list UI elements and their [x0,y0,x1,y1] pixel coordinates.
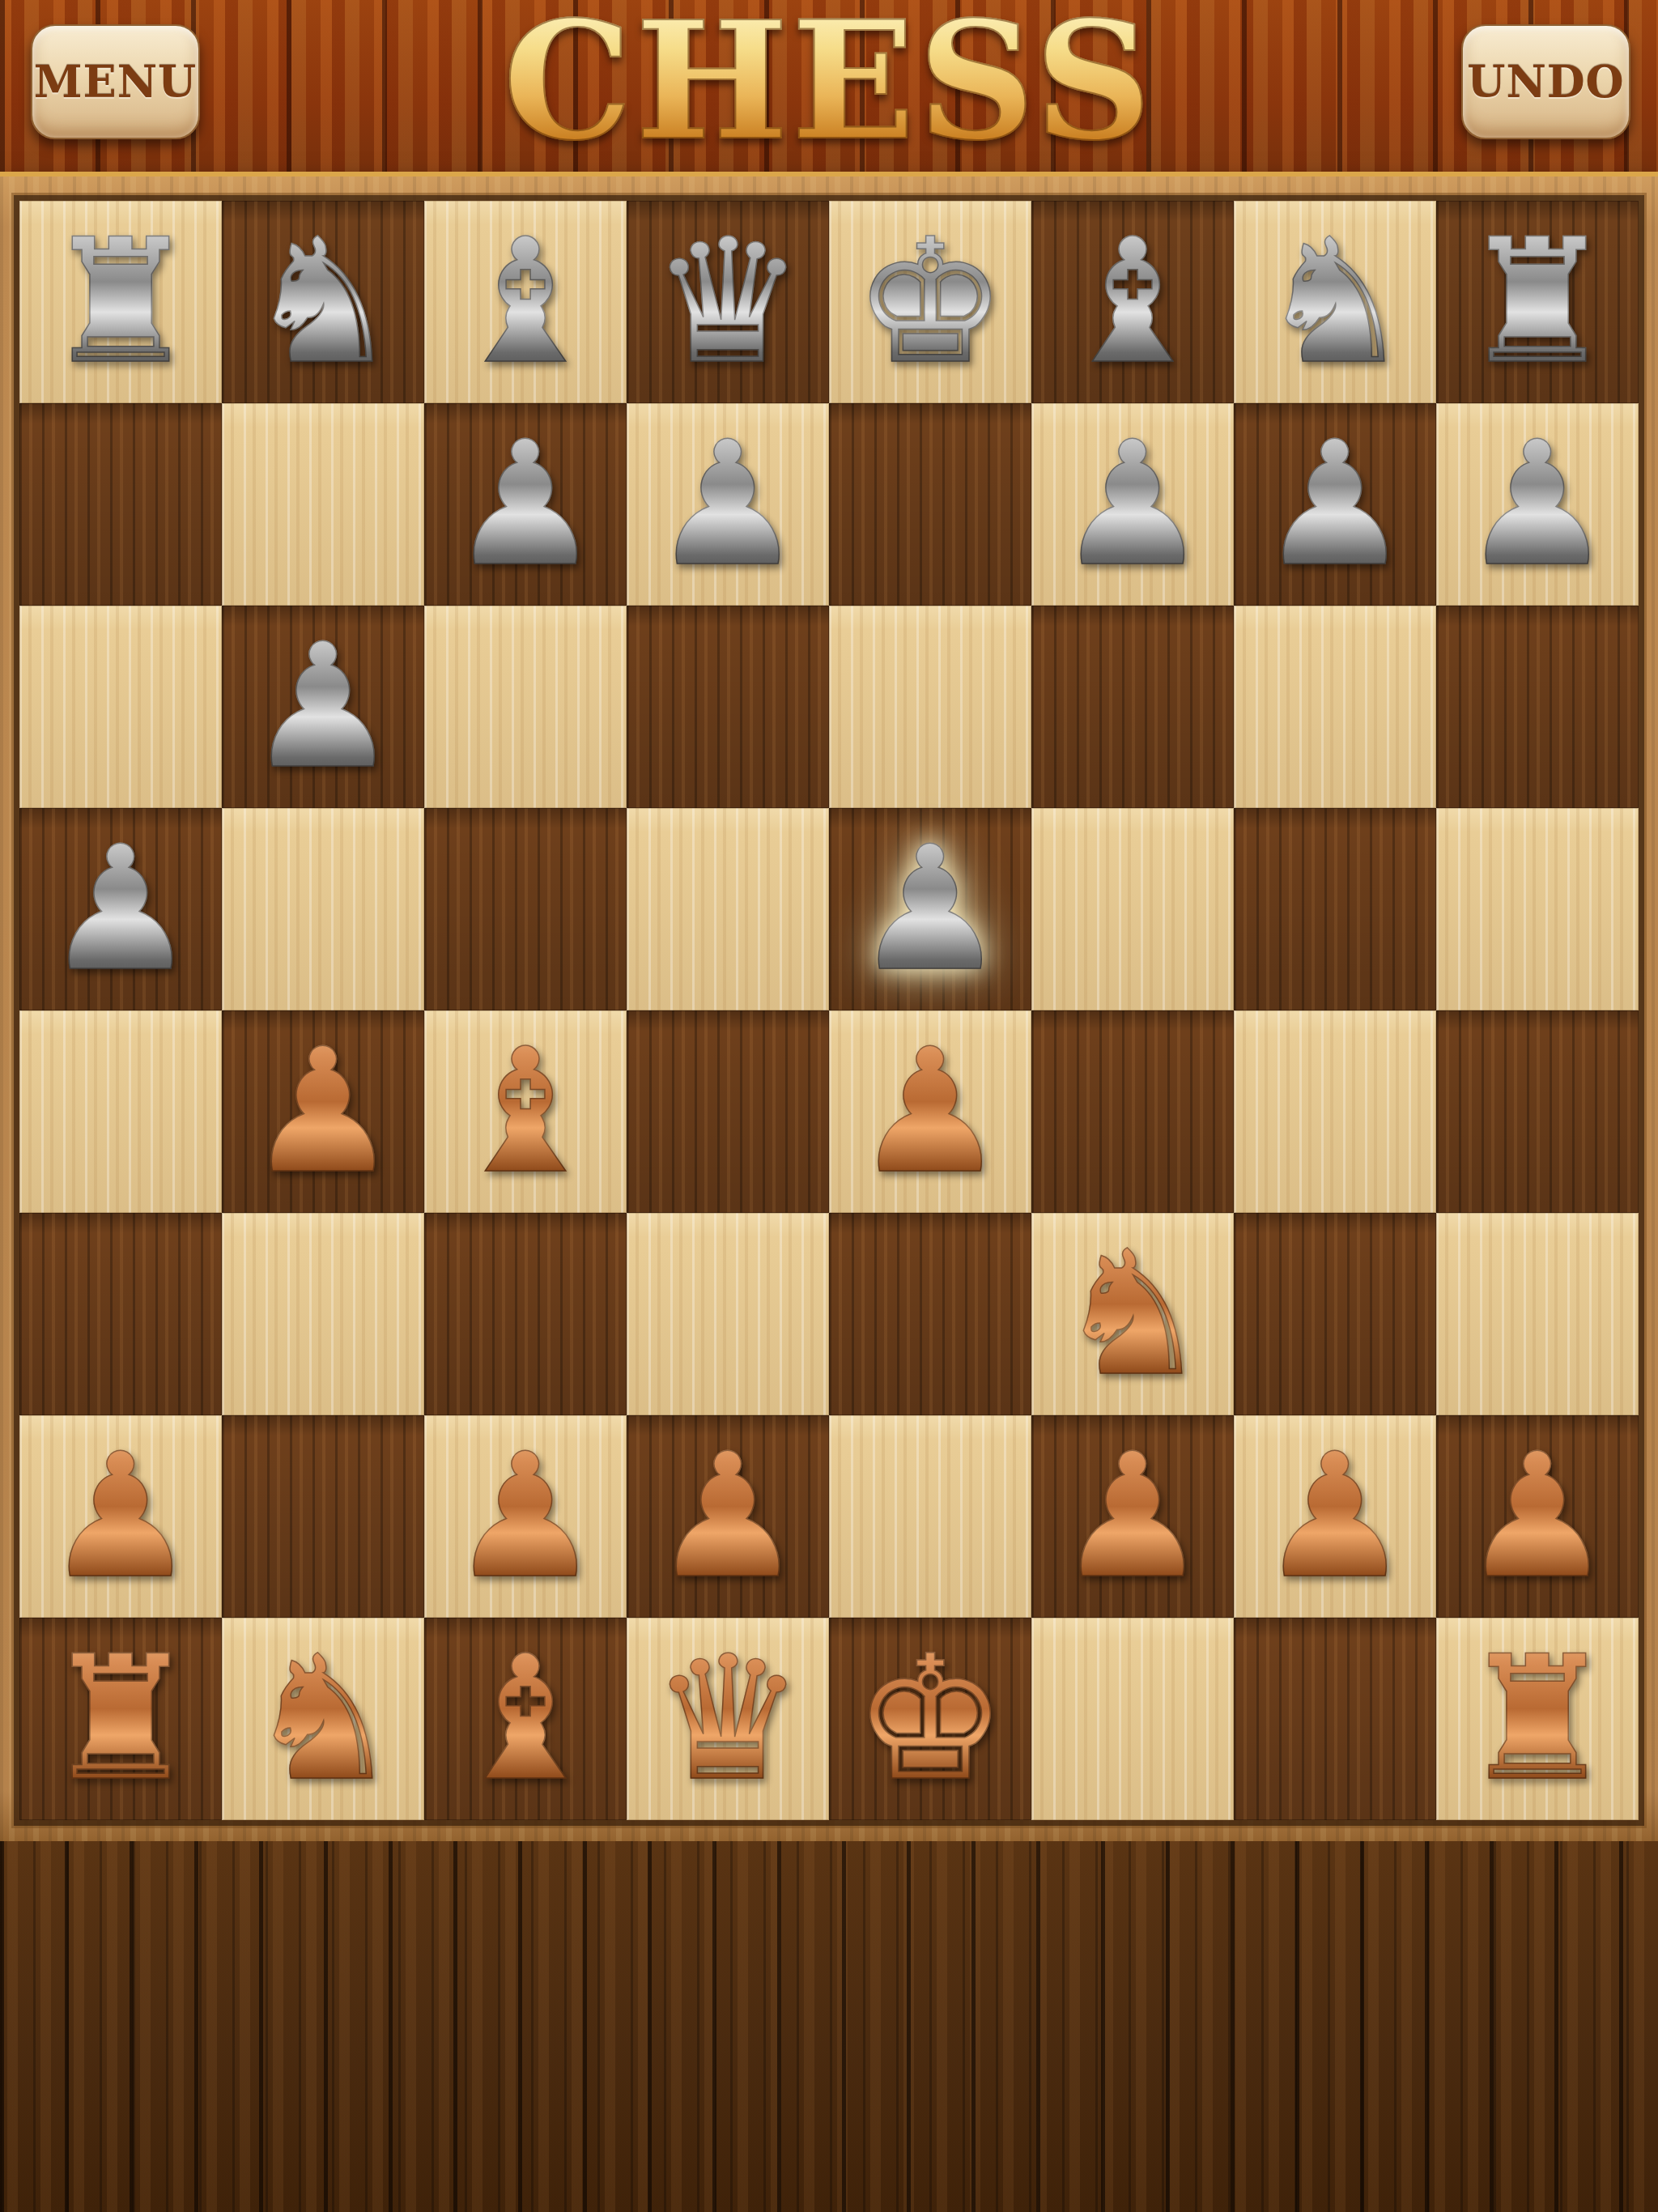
square-d7[interactable]: ♟ [627,403,829,606]
square-d3[interactable] [627,1213,829,1415]
square-e7[interactable] [829,403,1031,606]
square-b4[interactable]: ♟ [222,1010,424,1213]
square-d5[interactable] [627,808,829,1010]
square-c3[interactable] [424,1213,627,1415]
square-e1[interactable]: ♚ [829,1618,1031,1820]
white-queen-d1[interactable]: ♛ [627,1618,829,1820]
black-pawn-a5[interactable]: ♟ [19,808,222,1010]
square-a3[interactable] [19,1213,222,1415]
black-pawn-g7[interactable]: ♟ [1234,403,1436,606]
square-b7[interactable] [222,403,424,606]
black-rook-a8[interactable]: ♜ [19,201,222,403]
square-h6[interactable] [1436,606,1639,808]
square-d2[interactable]: ♟ [627,1415,829,1618]
square-h2[interactable]: ♟ [1436,1415,1639,1618]
black-pawn-e5[interactable]: ♟ [829,808,1031,1010]
black-pawn-b6[interactable]: ♟ [222,606,424,808]
black-pawn-h7[interactable]: ♟ [1436,403,1639,606]
white-bishop-c4[interactable]: ♝ [424,1010,627,1213]
black-bishop-c8[interactable]: ♝ [424,201,627,403]
square-c1[interactable]: ♝ [424,1618,627,1820]
white-pawn-f2[interactable]: ♟ [1031,1415,1234,1618]
square-a4[interactable] [19,1010,222,1213]
square-e5[interactable]: ♟ [829,808,1031,1010]
menu-button[interactable]: MENU [31,24,200,139]
square-f5[interactable] [1031,808,1234,1010]
square-g7[interactable]: ♟ [1234,403,1436,606]
white-knight-b1[interactable]: ♞ [222,1618,424,1820]
square-f8[interactable]: ♝ [1031,201,1234,403]
square-c7[interactable]: ♟ [424,403,627,606]
square-e8[interactable]: ♚ [829,201,1031,403]
black-bishop-f8[interactable]: ♝ [1031,201,1234,403]
black-rook-h8[interactable]: ♜ [1436,201,1639,403]
white-pawn-g2[interactable]: ♟ [1234,1415,1436,1618]
white-rook-a1[interactable]: ♜ [19,1618,222,1820]
white-pawn-a2[interactable]: ♟ [19,1415,222,1618]
white-pawn-e4[interactable]: ♟ [829,1010,1031,1213]
white-bishop-c1[interactable]: ♝ [424,1618,627,1820]
square-g6[interactable] [1234,606,1436,808]
square-a5[interactable]: ♟ [19,808,222,1010]
square-b2[interactable] [222,1415,424,1618]
white-pawn-h2[interactable]: ♟ [1436,1415,1639,1618]
square-g5[interactable] [1234,808,1436,1010]
black-king-e8[interactable]: ♚ [829,201,1031,403]
white-pawn-c2[interactable]: ♟ [424,1415,627,1618]
square-e3[interactable] [829,1213,1031,1415]
square-b6[interactable]: ♟ [222,606,424,808]
white-king-e1[interactable]: ♚ [829,1618,1031,1820]
square-b5[interactable] [222,808,424,1010]
bottom-bar: ♟ Jon: 0 0:23 Julie: 0 0:18 ♟ [0,1841,1658,2212]
square-f4[interactable] [1031,1010,1234,1213]
square-h7[interactable]: ♟ [1436,403,1639,606]
square-d4[interactable] [627,1010,829,1213]
white-knight-f3[interactable]: ♞ [1031,1213,1234,1415]
square-a6[interactable] [19,606,222,808]
square-a7[interactable] [19,403,222,606]
header-bar: CHESS MENU UNDO [0,0,1658,172]
square-h3[interactable] [1436,1213,1639,1415]
black-pawn-f7[interactable]: ♟ [1031,403,1234,606]
square-e4[interactable]: ♟ [829,1010,1031,1213]
white-pawn-b4[interactable]: ♟ [222,1010,424,1213]
square-e6[interactable] [829,606,1031,808]
square-d1[interactable]: ♛ [627,1618,829,1820]
chess-app-screen: { "game": "chess", "app": { "title": "CH… [0,0,1658,2212]
black-pawn-d7[interactable]: ♟ [627,403,829,606]
square-g3[interactable] [1234,1213,1436,1415]
undo-button[interactable]: UNDO [1461,24,1630,139]
black-knight-b8[interactable]: ♞ [222,201,424,403]
square-h8[interactable]: ♜ [1436,201,1639,403]
square-b3[interactable] [222,1213,424,1415]
square-b1[interactable]: ♞ [222,1618,424,1820]
square-c4[interactable]: ♝ [424,1010,627,1213]
square-h1[interactable]: ♜ [1436,1618,1639,1820]
square-h4[interactable] [1436,1010,1639,1213]
square-f2[interactable]: ♟ [1031,1415,1234,1618]
square-a2[interactable]: ♟ [19,1415,222,1618]
square-f1[interactable] [1031,1618,1234,1820]
square-e2[interactable] [829,1415,1031,1618]
app-title: CHESS [0,0,1658,168]
black-queen-d8[interactable]: ♛ [627,201,829,403]
square-f6[interactable] [1031,606,1234,808]
square-g4[interactable] [1234,1010,1436,1213]
square-a1[interactable]: ♜ [19,1618,222,1820]
square-c6[interactable] [424,606,627,808]
square-h5[interactable] [1436,808,1639,1010]
square-g8[interactable]: ♞ [1234,201,1436,403]
black-pawn-c7[interactable]: ♟ [424,403,627,606]
white-pawn-d2[interactable]: ♟ [627,1415,829,1618]
white-rook-h1[interactable]: ♜ [1436,1618,1639,1820]
chess-board: ♜♞♝♛♚♝♞♜♟♟♟♟♟♟♟♟♟♝♟♞♟♟♟♟♟♟♜♞♝♛♚♜ [19,201,1639,1820]
square-c8[interactable]: ♝ [424,201,627,403]
square-c5[interactable] [424,808,627,1010]
board-frame: ♜♞♝♛♚♝♞♜♟♟♟♟♟♟♟♟♟♝♟♞♟♟♟♟♟♟♜♞♝♛♚♜ [0,172,1658,1841]
square-f7[interactable]: ♟ [1031,403,1234,606]
square-b8[interactable]: ♞ [222,201,424,403]
square-g1[interactable] [1234,1618,1436,1820]
square-d8[interactable]: ♛ [627,201,829,403]
square-a8[interactable]: ♜ [19,201,222,403]
square-c2[interactable]: ♟ [424,1415,627,1618]
black-knight-g8[interactable]: ♞ [1234,201,1436,403]
square-f3[interactable]: ♞ [1031,1213,1234,1415]
square-d6[interactable] [627,606,829,808]
square-g2[interactable]: ♟ [1234,1415,1436,1618]
